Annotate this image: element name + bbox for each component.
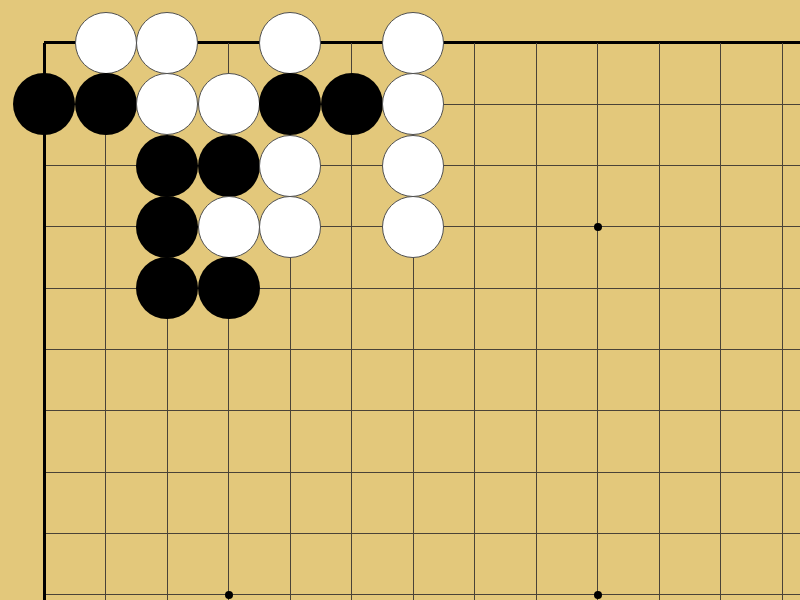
intersection-C16[interactable] [136, 196, 198, 257]
intersection-F19[interactable] [321, 12, 383, 73]
intersection-D17[interactable] [198, 135, 260, 196]
intersection-J17[interactable] [505, 135, 567, 196]
intersection-L14[interactable] [628, 319, 690, 380]
intersection-N19[interactable] [751, 12, 800, 73]
intersection-F14[interactable] [321, 319, 383, 380]
intersection-N10[interactable] [751, 564, 800, 600]
intersection-A12[interactable] [13, 441, 75, 502]
intersection-K18[interactable] [567, 74, 629, 135]
intersection-C11[interactable] [136, 503, 198, 564]
intersection-E11[interactable] [259, 503, 321, 564]
intersection-K16[interactable] [567, 196, 629, 257]
intersection-B11[interactable] [75, 503, 137, 564]
intersection-E13[interactable] [259, 380, 321, 441]
intersection-C14[interactable] [136, 319, 198, 380]
intersection-A14[interactable] [13, 319, 75, 380]
intersection-K14[interactable] [567, 319, 629, 380]
white-stone-C19 [136, 12, 198, 74]
intersection-L12[interactable] [628, 441, 690, 502]
intersection-F13[interactable] [321, 380, 383, 441]
intersection-E18[interactable] [259, 74, 321, 135]
intersection-G14[interactable] [382, 319, 444, 380]
intersection-H18[interactable] [444, 74, 506, 135]
intersection-M18[interactable] [690, 74, 752, 135]
intersection-D18[interactable] [198, 74, 260, 135]
intersection-A10[interactable] [13, 564, 75, 600]
intersection-L16[interactable] [628, 196, 690, 257]
white-stone-E17 [259, 135, 321, 197]
intersection-N15[interactable] [751, 258, 800, 319]
intersection-J13[interactable] [505, 380, 567, 441]
intersection-H19[interactable] [444, 12, 506, 73]
intersection-N17[interactable] [751, 135, 800, 196]
intersection-G12[interactable] [382, 441, 444, 502]
intersection-M19[interactable] [690, 12, 752, 73]
intersection-C18[interactable] [136, 74, 198, 135]
intersection-L19[interactable] [628, 12, 690, 73]
black-stone-C16 [136, 196, 198, 258]
intersection-E15[interactable] [259, 258, 321, 319]
intersection-N13[interactable] [751, 380, 800, 441]
intersection-D10[interactable] [198, 564, 260, 600]
intersection-B17[interactable] [75, 135, 137, 196]
intersection-B10[interactable] [75, 564, 137, 600]
white-stone-C18 [136, 73, 198, 135]
intersection-H16[interactable] [444, 196, 506, 257]
intersection-J19[interactable] [505, 12, 567, 73]
intersection-L15[interactable] [628, 258, 690, 319]
intersection-L11[interactable] [628, 503, 690, 564]
intersection-A17[interactable] [13, 135, 75, 196]
intersection-L17[interactable] [628, 135, 690, 196]
intersection-G18[interactable] [382, 74, 444, 135]
intersection-L10[interactable] [628, 564, 690, 600]
intersection-N16[interactable] [751, 196, 800, 257]
white-stone-G19 [382, 12, 444, 74]
intersection-N18[interactable] [751, 74, 800, 135]
intersection-C17[interactable] [136, 135, 198, 196]
intersection-H11[interactable] [444, 503, 506, 564]
intersection-F18[interactable] [321, 74, 383, 135]
intersection-C13[interactable] [136, 380, 198, 441]
intersection-C19[interactable] [136, 12, 198, 73]
intersection-A13[interactable] [13, 380, 75, 441]
intersection-F10[interactable] [321, 564, 383, 600]
white-stone-G18 [382, 73, 444, 135]
black-stone-C17 [136, 135, 198, 197]
intersection-D16[interactable] [198, 196, 260, 257]
intersection-D19[interactable] [198, 12, 260, 73]
intersection-G13[interactable] [382, 380, 444, 441]
intersection-A19[interactable] [13, 12, 75, 73]
black-stone-A18 [13, 73, 75, 135]
intersection-J10[interactable] [505, 564, 567, 600]
go-board-stage [0, 0, 800, 600]
intersection-J16[interactable] [505, 196, 567, 257]
intersection-D12[interactable] [198, 441, 260, 502]
intersection-G17[interactable] [382, 135, 444, 196]
intersection-E17[interactable] [259, 135, 321, 196]
intersection-B12[interactable] [75, 441, 137, 502]
intersection-B13[interactable] [75, 380, 137, 441]
intersection-F15[interactable] [321, 258, 383, 319]
white-stone-D16 [198, 196, 260, 258]
intersection-J15[interactable] [505, 258, 567, 319]
intersection-D11[interactable] [198, 503, 260, 564]
intersection-C12[interactable] [136, 441, 198, 502]
intersection-E12[interactable] [259, 441, 321, 502]
black-stone-B18 [75, 73, 137, 135]
intersection-G15[interactable] [382, 258, 444, 319]
star-point-D10 [225, 591, 233, 599]
intersection-C15[interactable] [136, 258, 198, 319]
intersection-K10[interactable] [567, 564, 629, 600]
intersection-J18[interactable] [505, 74, 567, 135]
intersection-D14[interactable] [198, 319, 260, 380]
intersection-D15[interactable] [198, 258, 260, 319]
intersection-E16[interactable] [259, 196, 321, 257]
intersection-M11[interactable] [690, 503, 752, 564]
intersection-K11[interactable] [567, 503, 629, 564]
intersection-F17[interactable] [321, 135, 383, 196]
black-stone-D15 [198, 257, 260, 319]
intersection-H10[interactable] [444, 564, 506, 600]
star-point-K10 [594, 591, 602, 599]
black-stone-F18 [321, 73, 383, 135]
intersection-H17[interactable] [444, 135, 506, 196]
intersection-N11[interactable] [751, 503, 800, 564]
intersection-K13[interactable] [567, 380, 629, 441]
intersection-M17[interactable] [690, 135, 752, 196]
white-stone-G17 [382, 135, 444, 197]
black-stone-E18 [259, 73, 321, 135]
intersection-B14[interactable] [75, 319, 137, 380]
intersection-B16[interactable] [75, 196, 137, 257]
go-board [13, 12, 800, 600]
intersection-F12[interactable] [321, 441, 383, 502]
intersection-M15[interactable] [690, 258, 752, 319]
intersection-A11[interactable] [13, 503, 75, 564]
intersection-G16[interactable] [382, 196, 444, 257]
intersection-H13[interactable] [444, 380, 506, 441]
intersection-M12[interactable] [690, 441, 752, 502]
intersection-A16[interactable] [13, 196, 75, 257]
intersection-E10[interactable] [259, 564, 321, 600]
intersection-J11[interactable] [505, 503, 567, 564]
intersection-E19[interactable] [259, 12, 321, 73]
intersection-J14[interactable] [505, 319, 567, 380]
intersection-J12[interactable] [505, 441, 567, 502]
intersection-H12[interactable] [444, 441, 506, 502]
intersection-M10[interactable] [690, 564, 752, 600]
black-stone-C15 [136, 257, 198, 319]
intersection-H14[interactable] [444, 319, 506, 380]
intersection-L13[interactable] [628, 380, 690, 441]
intersection-F11[interactable] [321, 503, 383, 564]
white-stone-E19 [259, 12, 321, 74]
intersection-E14[interactable] [259, 319, 321, 380]
intersection-H15[interactable] [444, 258, 506, 319]
intersection-C10[interactable] [136, 564, 198, 600]
intersection-M16[interactable] [690, 196, 752, 257]
intersection-N12[interactable] [751, 441, 800, 502]
intersection-K17[interactable] [567, 135, 629, 196]
intersection-M14[interactable] [690, 319, 752, 380]
white-stone-B19 [75, 12, 137, 74]
intersection-K12[interactable] [567, 441, 629, 502]
black-stone-D17 [198, 135, 260, 197]
intersection-G11[interactable] [382, 503, 444, 564]
intersection-A18[interactable] [13, 74, 75, 135]
intersection-M13[interactable] [690, 380, 752, 441]
intersection-A15[interactable] [13, 258, 75, 319]
white-stone-E16 [259, 196, 321, 258]
intersection-K19[interactable] [567, 12, 629, 73]
intersection-B15[interactable] [75, 258, 137, 319]
intersection-L18[interactable] [628, 74, 690, 135]
intersection-F16[interactable] [321, 196, 383, 257]
intersection-B18[interactable] [75, 74, 137, 135]
intersection-K15[interactable] [567, 258, 629, 319]
intersection-B19[interactable] [75, 12, 137, 73]
white-stone-G16 [382, 196, 444, 258]
intersection-G19[interactable] [382, 12, 444, 73]
intersection-D13[interactable] [198, 380, 260, 441]
intersection-N14[interactable] [751, 319, 800, 380]
intersection-G10[interactable] [382, 564, 444, 600]
white-stone-D18 [198, 73, 260, 135]
star-point-K16 [594, 223, 602, 231]
